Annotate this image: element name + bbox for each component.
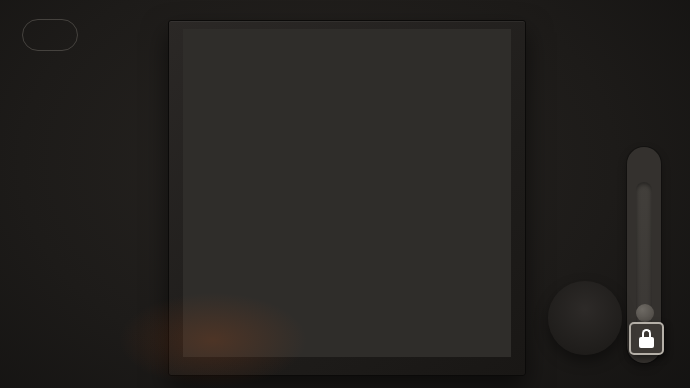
next-platform	[548, 281, 622, 355]
level-lock-button[interactable]	[629, 322, 664, 355]
board-inner	[183, 29, 511, 357]
level-progress-knob[interactable]	[636, 304, 654, 322]
menu-button[interactable]	[22, 19, 78, 51]
game-screen	[0, 0, 690, 388]
board	[168, 20, 526, 376]
lock-icon	[639, 329, 654, 348]
